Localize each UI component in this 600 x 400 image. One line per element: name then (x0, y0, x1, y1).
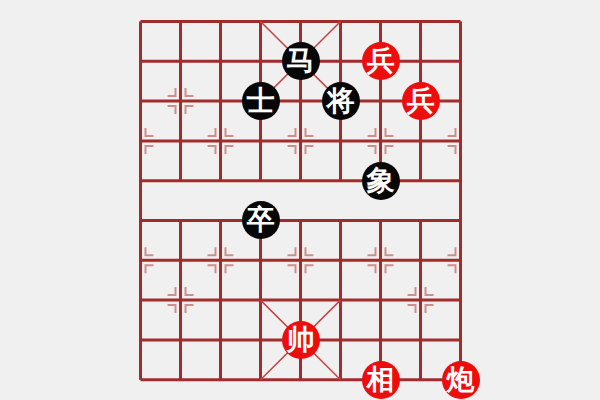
piece-red-soldier-b[interactable]: 兵 (402, 82, 440, 120)
piece-black-elephant[interactable]: 象 (362, 162, 400, 200)
piece-layer: 马士将象卒兵兵帅相炮 (121, 2, 481, 400)
xiangqi-app: 马士将象卒兵兵帅相炮 (0, 0, 600, 400)
piece-red-soldier-a[interactable]: 兵 (362, 42, 400, 80)
piece-red-cannon[interactable]: 炮 (442, 361, 480, 399)
piece-red-general[interactable]: 帅 (282, 321, 320, 359)
piece-black-horse[interactable]: 马 (282, 42, 320, 80)
piece-red-elephant[interactable]: 相 (362, 361, 400, 399)
piece-black-advisor[interactable]: 士 (242, 82, 280, 120)
piece-black-general[interactable]: 将 (322, 82, 360, 120)
piece-black-soldier[interactable]: 卒 (242, 201, 280, 239)
